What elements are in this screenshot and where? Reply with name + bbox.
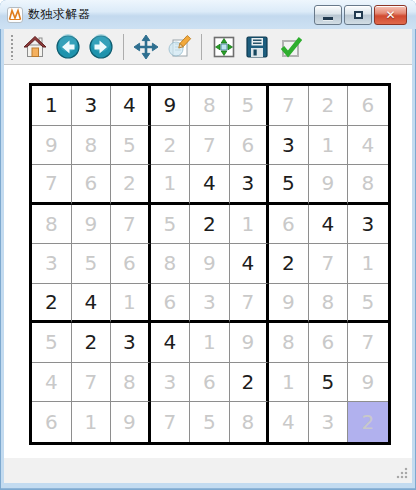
sudoku-cell-r3c7[interactable]: 5 [269, 165, 309, 205]
maximize-button[interactable] [344, 5, 372, 25]
sudoku-cell-r4c3[interactable]: 7 [111, 205, 151, 245]
sudoku-cell-r1c2[interactable]: 3 [72, 86, 112, 126]
sudoku-cell-r3c2[interactable]: 6 [72, 165, 112, 205]
toolbar-gripper[interactable] [10, 34, 14, 60]
sudoku-cell-r4c6[interactable]: 1 [230, 205, 270, 245]
magnifier-pencil-icon [166, 34, 192, 60]
sudoku-cell-r8c2[interactable]: 7 [72, 363, 112, 403]
sudoku-cell-r5c4[interactable]: 8 [151, 244, 191, 284]
check-solution-button[interactable] [276, 33, 304, 61]
toolbar-separator [201, 34, 202, 60]
sudoku-cell-r5c8[interactable]: 7 [309, 244, 349, 284]
arrow-left-circle-icon [55, 34, 81, 60]
sudoku-cell-r2c3[interactable]: 5 [111, 126, 151, 166]
sudoku-cell-r4c8[interactable]: 4 [309, 205, 349, 245]
sudoku-cell-r3c4[interactable]: 1 [151, 165, 191, 205]
sudoku-cell-r8c9[interactable]: 9 [348, 363, 388, 403]
sudoku-cell-r2c6[interactable]: 6 [230, 126, 270, 166]
sudoku-cell-r1c3[interactable]: 4 [111, 86, 151, 126]
sudoku-cell-r8c1[interactable]: 4 [32, 363, 72, 403]
titlebar[interactable]: 数独求解器 ✕ [0, 0, 416, 29]
sudoku-cell-r3c8[interactable]: 9 [309, 165, 349, 205]
close-icon: ✕ [385, 9, 395, 21]
configure-subplots-button[interactable] [210, 33, 238, 61]
sudoku-cell-r1c9[interactable]: 6 [348, 86, 388, 126]
move-arrows-icon [133, 34, 159, 60]
sudoku-cell-r9c2[interactable]: 1 [72, 402, 112, 442]
sudoku-cell-r8c8[interactable]: 5 [309, 363, 349, 403]
matplotlib-logo-icon [7, 7, 23, 23]
status-bar [4, 458, 412, 483]
close-button[interactable]: ✕ [374, 5, 407, 25]
window-controls: ✕ [314, 5, 407, 25]
sudoku-cell-r8c7[interactable]: 1 [269, 363, 309, 403]
window-title: 数独求解器 [28, 0, 309, 29]
sudoku-cell-r9c3[interactable]: 9 [111, 402, 151, 442]
sudoku-cell-r9c4[interactable]: 7 [151, 402, 191, 442]
window-content: 1349857269852763147621435988975216433568… [4, 29, 412, 483]
back-button[interactable] [54, 33, 82, 61]
sudoku-cell-r1c1[interactable]: 1 [32, 86, 72, 126]
sudoku-cell-r7c7[interactable]: 8 [269, 323, 309, 363]
minimize-button[interactable] [314, 5, 342, 25]
zoom-button[interactable] [165, 33, 193, 61]
maximize-icon [354, 11, 363, 19]
sudoku-cell-r5c3[interactable]: 6 [111, 244, 151, 284]
sudoku-cell-r2c4[interactable]: 2 [151, 126, 191, 166]
home-button[interactable] [21, 33, 49, 61]
sudoku-cell-r4c9[interactable]: 3 [348, 205, 388, 245]
sudoku-cell-r6c2[interactable]: 4 [72, 284, 112, 324]
sudoku-cell-r6c6[interactable]: 7 [230, 284, 270, 324]
sudoku-cell-r5c6[interactable]: 4 [230, 244, 270, 284]
sudoku-cell-r3c5[interactable]: 4 [190, 165, 230, 205]
sudoku-cell-r7c9[interactable]: 7 [348, 323, 388, 363]
sudoku-cell-r9c5[interactable]: 5 [190, 402, 230, 442]
sudoku-cell-r7c4[interactable]: 4 [151, 323, 191, 363]
sudoku-cell-r2c9[interactable]: 4 [348, 126, 388, 166]
sudoku-cell-r4c5[interactable]: 2 [190, 205, 230, 245]
minimize-icon [323, 17, 333, 20]
sudoku-cell-r9c7[interactable]: 4 [269, 402, 309, 442]
sudoku-cell-r3c1[interactable]: 7 [32, 165, 72, 205]
sudoku-cell-r7c3[interactable]: 3 [111, 323, 151, 363]
sudoku-cell-r3c9[interactable]: 8 [348, 165, 388, 205]
sudoku-cell-r1c6[interactable]: 5 [230, 86, 270, 126]
sudoku-cell-r5c7[interactable]: 2 [269, 244, 309, 284]
forward-button[interactable] [87, 33, 115, 61]
sudoku-cell-r2c1[interactable]: 9 [32, 126, 72, 166]
sudoku-cell-r3c3[interactable]: 2 [111, 165, 151, 205]
sudoku-cell-r5c2[interactable]: 5 [72, 244, 112, 284]
sudoku-cell-r7c1[interactable]: 5 [32, 323, 72, 363]
sudoku-cell-r6c4[interactable]: 6 [151, 284, 191, 324]
sudoku-cell-r1c4[interactable]: 9 [151, 86, 191, 126]
pan-button[interactable] [132, 33, 160, 61]
sudoku-cell-r6c9[interactable]: 5 [348, 284, 388, 324]
sudoku-cell-r9c1[interactable]: 6 [32, 402, 72, 442]
sudoku-cell-r2c2[interactable]: 8 [72, 126, 112, 166]
sudoku-cell-r1c7[interactable]: 7 [269, 86, 309, 126]
sudoku-grid: 1349857269852763147621435988975216433568… [29, 83, 391, 445]
sudoku-cell-r5c1[interactable]: 3 [32, 244, 72, 284]
sudoku-cell-r6c1[interactable]: 2 [32, 284, 72, 324]
sudoku-cell-r4c2[interactable]: 9 [72, 205, 112, 245]
resize-grip[interactable] [396, 467, 408, 479]
sudoku-cell-r9c8[interactable]: 3 [309, 402, 349, 442]
sudoku-cell-r3c6[interactable]: 3 [230, 165, 270, 205]
toolbar-separator [123, 34, 124, 60]
sudoku-cell-r5c5[interactable]: 9 [190, 244, 230, 284]
sudoku-cell-r7c8[interactable]: 6 [309, 323, 349, 363]
sudoku-cell-r6c5[interactable]: 3 [190, 284, 230, 324]
sudoku-cell-r8c6[interactable]: 2 [230, 363, 270, 403]
sudoku-cell-r6c8[interactable]: 8 [309, 284, 349, 324]
sudoku-cell-r8c3[interactable]: 8 [111, 363, 151, 403]
sudoku-cell-r4c1[interactable]: 8 [32, 205, 72, 245]
sudoku-cell-r6c3[interactable]: 1 [111, 284, 151, 324]
app-window: 数独求解器 ✕ [0, 0, 416, 490]
subplots-icon [211, 34, 237, 60]
sudoku-cell-r2c5[interactable]: 7 [190, 126, 230, 166]
sudoku-cell-r7c5[interactable]: 1 [190, 323, 230, 363]
sudoku-cell-r7c2[interactable]: 2 [72, 323, 112, 363]
sudoku-cell-r1c8[interactable]: 2 [309, 86, 349, 126]
sudoku-cell-r2c7[interactable]: 3 [269, 126, 309, 166]
sudoku-cell-r4c4[interactable]: 5 [151, 205, 191, 245]
sudoku-cell-r9c9[interactable]: 2 [348, 402, 388, 442]
sudoku-cell-r6c7[interactable]: 9 [269, 284, 309, 324]
sudoku-cell-r8c5[interactable]: 6 [190, 363, 230, 403]
sudoku-cell-r2c8[interactable]: 1 [309, 126, 349, 166]
sudoku-cell-r7c6[interactable]: 9 [230, 323, 270, 363]
arrow-right-circle-icon [88, 34, 114, 60]
toolbar [4, 29, 412, 65]
green-checkmark-icon [277, 34, 303, 60]
save-button[interactable] [243, 33, 271, 61]
sudoku-cell-r4c7[interactable]: 6 [269, 205, 309, 245]
sudoku-cell-r5c9[interactable]: 1 [348, 244, 388, 284]
sudoku-cell-r9c6[interactable]: 8 [230, 402, 270, 442]
sudoku-cell-r8c4[interactable]: 3 [151, 363, 191, 403]
figure-canvas[interactable]: 1349857269852763147621435988975216433568… [4, 65, 412, 458]
home-icon [22, 34, 48, 60]
sudoku-cell-r1c5[interactable]: 8 [190, 86, 230, 126]
floppy-disk-icon [244, 34, 270, 60]
